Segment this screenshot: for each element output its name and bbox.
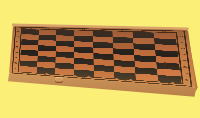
square-c7[interactable] (56, 35, 74, 41)
square-a2[interactable] (20, 60, 38, 67)
square-b1[interactable] (37, 67, 55, 74)
square-a4[interactable] (20, 50, 38, 56)
square-d3[interactable] (74, 58, 93, 65)
scene-background: abcdefgh abcdefgh 87654321 87654321 (0, 0, 200, 118)
square-g8[interactable] (133, 32, 155, 38)
square-b3[interactable] (37, 56, 55, 63)
clasp (55, 77, 63, 83)
square-f6[interactable] (113, 43, 134, 50)
coord-rank-1: 1 (183, 77, 191, 84)
square-d5[interactable] (74, 47, 93, 53)
square-e6[interactable] (93, 42, 113, 48)
square-c4[interactable] (56, 51, 75, 58)
